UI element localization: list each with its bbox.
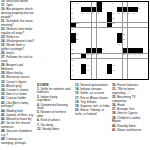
cell-number: 15 (97, 12, 99, 14)
across-clue-list: 10. Structural beam11. Tyke16. Bio weapo… (1, 0, 35, 146)
cell-number: 45 (112, 64, 114, 66)
grid-cell (102, 38, 107, 43)
grid-cell: 18 (123, 12, 128, 17)
cell-number: 29 (123, 38, 125, 40)
down-clue-list-3: 30. Forest features31. "We've been expec… (112, 84, 148, 133)
cell-number: 48 (112, 69, 114, 71)
grid-cell (107, 33, 112, 38)
grid-cell (143, 33, 148, 38)
cell-number: 10 (138, 7, 140, 9)
grid-cell (102, 69, 107, 74)
grid-cell (97, 74, 102, 79)
grid-cell (143, 74, 148, 79)
grid-cell (107, 28, 112, 33)
grid-cell (86, 2, 91, 7)
grid-cell (102, 74, 107, 79)
grid-cell (133, 28, 138, 33)
grid-cell (143, 54, 148, 59)
grid-cell (128, 17, 133, 22)
grid-cell (81, 59, 86, 64)
clue-item: 1. Suffix for workers and habitues (37, 88, 71, 95)
grid-cell (76, 54, 81, 59)
grid-cell (81, 2, 86, 7)
cell-number: 23 (76, 22, 78, 24)
grid-cell (92, 2, 97, 7)
grid-cell (81, 23, 86, 28)
grid-cell (133, 43, 138, 48)
grid-cell (128, 23, 133, 28)
grid-cell (92, 64, 97, 69)
grid-cell (143, 43, 148, 48)
grid-cell (117, 28, 122, 33)
grid-cell (117, 54, 122, 59)
grid-cell (143, 69, 148, 74)
grid-cell (112, 28, 117, 33)
grid-cell (97, 38, 102, 43)
grid-cell (143, 38, 148, 43)
grid-cell (97, 64, 102, 69)
clue-item: 16. Bio weapons which destroy property b… (1, 8, 35, 19)
clue-item: 39. Children's author Blyton (112, 117, 148, 124)
cell-number: 36 (92, 53, 94, 55)
cell-number: 13 (87, 12, 89, 14)
cell-number: 35 (87, 53, 89, 55)
grid-cell: 49 (71, 74, 76, 79)
clue-item: 41. Noise and bronze (112, 129, 148, 133)
grid-cell (128, 38, 133, 43)
grid-cell (117, 64, 122, 69)
grid-cell (102, 17, 107, 22)
cell-number: 9 (102, 7, 103, 9)
grid-cell (143, 59, 148, 64)
grid-cell: 33 (102, 48, 107, 53)
grid-cell (107, 43, 112, 48)
cell-number: 21 (71, 17, 73, 19)
cell-number: 2 (76, 2, 77, 4)
grid-cell (138, 12, 143, 17)
clue-number: 43. (1, 101, 6, 105)
cell-number: 24 (112, 22, 114, 24)
grid-cell: 28 (76, 38, 81, 43)
clue-number: 39. (112, 116, 117, 120)
cell-number: 1 (71, 2, 72, 4)
grid-cell (86, 23, 91, 28)
grid-cell (81, 17, 86, 22)
grid-cell (117, 48, 122, 53)
grid-cell: 2 (76, 2, 81, 7)
clue-number: 48. (1, 129, 6, 133)
grid-cell (133, 38, 138, 43)
grid-cell (133, 64, 138, 69)
grid-cell (138, 17, 143, 22)
grid-cell (143, 17, 148, 22)
clue-number: 21. (1, 19, 6, 23)
grid-cell (107, 54, 112, 59)
grid-cell (138, 33, 143, 38)
grid-cell: 21 (71, 17, 76, 22)
clue-number: 12. (37, 127, 42, 131)
grid-cell (117, 23, 122, 28)
grid-cell (117, 2, 122, 7)
cell-number: 32 (71, 48, 73, 50)
grid-cell (112, 33, 117, 38)
crossword-grid: 1234567891011121314151617181920212223242… (70, 1, 149, 80)
grid-cell (97, 17, 102, 22)
grid-cell (138, 69, 143, 74)
black-cell (117, 33, 122, 38)
cell-number: 19 (128, 12, 130, 14)
grid-cell: 10 (138, 7, 143, 12)
cell-number: 25 (71, 28, 73, 30)
grid-cell (86, 33, 91, 38)
grid-cell (143, 23, 148, 28)
grid-cell: 12 (81, 12, 86, 17)
grid-cell (143, 7, 148, 12)
black-cell (107, 12, 112, 17)
grid-cell (133, 2, 138, 7)
grid-cell (117, 74, 122, 79)
cell-number: 39 (128, 53, 130, 55)
grid-cell (123, 69, 128, 74)
grid-cell: 19 (128, 12, 133, 17)
grid-cell (107, 48, 112, 53)
clue-number: 28. (1, 63, 6, 67)
cell-number: 3 (102, 2, 103, 4)
cell-number: 31 (118, 43, 120, 45)
clue-number: 2. (37, 95, 40, 99)
grid-cell (86, 38, 91, 43)
grid-cell (97, 59, 102, 64)
cell-number: 6 (138, 2, 139, 4)
grid-cell (123, 74, 128, 79)
grid-cell (76, 48, 81, 53)
grid-cell (138, 64, 143, 69)
grid-cell (92, 69, 97, 74)
grid-cell (107, 38, 112, 43)
grid-cell (128, 33, 133, 38)
grid-cell: 37 (97, 54, 102, 59)
grid-cell (81, 28, 86, 33)
grid-cell (133, 69, 138, 74)
cell-number: 11 (71, 12, 73, 14)
grid-cell (123, 23, 128, 28)
grid-cell (128, 74, 133, 79)
grid-cell (117, 69, 122, 74)
grid-cell (76, 64, 81, 69)
grid-cell (76, 43, 81, 48)
grid-cell (143, 48, 148, 53)
cell-number: 4 (107, 2, 108, 4)
cell-number: 26 (76, 33, 78, 35)
grid-cell: 24 (112, 23, 117, 28)
cell-number: 8 (71, 7, 72, 9)
grid-cell (128, 59, 133, 64)
grid-cell: 25 (71, 28, 76, 33)
cell-number: 12 (82, 12, 84, 14)
grid-cell (133, 33, 138, 38)
grid-cell (123, 17, 128, 22)
grid-cell (102, 59, 107, 64)
clue-number: 31. (112, 87, 117, 91)
grid-cell (107, 7, 112, 12)
grid-cell (112, 74, 117, 79)
grid-cell (86, 17, 91, 22)
grid-cell (128, 64, 133, 69)
clue-number: 35. (112, 95, 117, 99)
grid-cell (86, 43, 91, 48)
clue-number: 20. (75, 108, 80, 112)
grid-cell (102, 23, 107, 28)
grid-cell (133, 74, 138, 79)
clue-item: 12. Sturdy fabric (37, 128, 71, 132)
grid-cell (92, 38, 97, 43)
grid-cell (102, 54, 107, 59)
grid-cell (86, 28, 91, 33)
black-cell (81, 54, 86, 59)
cell-number: 43 (71, 64, 73, 66)
cell-number: 49 (71, 74, 73, 76)
cell-number: 47 (87, 69, 89, 71)
grid-cell: 36 (92, 54, 97, 59)
clue-number: 5. (37, 110, 40, 114)
clue-item: 2. Indian frying ingredient (37, 96, 71, 103)
grid-cell (112, 54, 117, 59)
cell-number: 7 (143, 2, 144, 4)
grid-cell (133, 23, 138, 28)
grid-cell (107, 74, 112, 79)
clue-number: 4. (37, 103, 40, 107)
grid-cell (97, 43, 102, 48)
grid-cell (92, 43, 97, 48)
grid-cell (143, 12, 148, 17)
grid-cell: 41 (138, 54, 143, 59)
grid-cell (123, 64, 128, 69)
black-cell (107, 17, 112, 22)
cell-number: 17 (118, 12, 120, 14)
cell-number: 40 (133, 53, 135, 55)
grid-cell (143, 64, 148, 69)
grid-cell: 5 (112, 2, 117, 7)
black-cell (97, 2, 102, 7)
clue-number: 47. (1, 121, 6, 125)
grid-cell: 9 (102, 7, 107, 12)
down-clue-list-1: DOWN 1. Suffix for workers and habitues2… (37, 83, 71, 132)
cell-number: 44 (87, 64, 89, 66)
cell-number: 30 (71, 43, 73, 45)
clue-number: 16. (1, 7, 6, 11)
black-cell (107, 69, 112, 74)
cell-number: 34 (71, 53, 73, 55)
grid-cell (97, 69, 102, 74)
cell-number: 28 (76, 38, 78, 40)
grid-cell (97, 28, 102, 33)
clue-item: 49. Coming out swinging, perhaps (1, 138, 35, 145)
grid-cell (76, 69, 81, 74)
clue-number: 22. (1, 27, 6, 31)
black-cell (81, 69, 86, 74)
cell-number: 33 (102, 48, 104, 50)
cell-number: 42 (71, 59, 73, 61)
grid-cell: 15 (97, 12, 102, 17)
grid-cell (117, 59, 122, 64)
grid-cell (138, 28, 143, 33)
grid-cell (128, 69, 133, 74)
grid-cell (128, 28, 133, 33)
clue-number: 1. (37, 87, 40, 91)
grid-cell (92, 23, 97, 28)
cell-number: 41 (138, 53, 140, 55)
cell-number: 27 (123, 33, 125, 35)
grid-cell: 47 (86, 69, 91, 74)
clue-number: 27. (1, 55, 6, 59)
grid-cell (102, 64, 107, 69)
grid-cell (102, 28, 107, 33)
grid-cell (86, 74, 91, 79)
grid-cell (112, 38, 117, 43)
grid-cell (143, 28, 148, 33)
grid-cell: 48 (112, 69, 117, 74)
grid-cell (123, 2, 128, 7)
clue-item: 20. Horse, Tommy, or turtle, to Ireland (75, 109, 110, 116)
grid-cell (81, 38, 86, 43)
grid-cell (76, 74, 81, 79)
grid-cell (92, 59, 97, 64)
grid-cell (92, 33, 97, 38)
grid-cell (97, 33, 102, 38)
grid-cell (112, 43, 117, 48)
grid-cell (92, 17, 97, 22)
grid-cell (76, 12, 81, 17)
grid-cell: 31 (117, 43, 122, 48)
grid-cell (138, 74, 143, 79)
black-cell (107, 23, 112, 28)
clue-number: 25. (1, 43, 6, 47)
grid-cell (81, 74, 86, 79)
grid-cell (112, 48, 117, 53)
crossword-page: 10. Structural beam11. Tyke16. Bio weapo… (0, 0, 150, 150)
cell-number: 22 (112, 17, 114, 19)
grid-cell: 39 (128, 54, 133, 59)
grid-cell: 14 (92, 12, 97, 17)
black-cell (71, 33, 76, 38)
grid-cell (81, 48, 86, 53)
cell-number: 5 (112, 2, 113, 4)
down-clue-list-2: 13. Several generations14. Indiana senat… (75, 84, 110, 117)
cell-number: 14 (92, 12, 94, 14)
grid-cell (107, 59, 112, 64)
cell-number: 37 (97, 53, 99, 55)
grid-cell (123, 59, 128, 64)
black-cell (107, 64, 112, 69)
grid-cell (133, 17, 138, 22)
grid-cell: 4 (107, 2, 112, 7)
grid-cell: 20 (133, 12, 138, 17)
grid-cell: 17 (117, 12, 122, 17)
cell-number: 20 (133, 12, 135, 14)
grid-cell (128, 43, 133, 48)
grid-cell (138, 23, 143, 28)
grid-cell: 23 (76, 23, 81, 28)
cell-number: 38 (123, 53, 125, 55)
grid-cell (138, 59, 143, 64)
grid-cell: 7 (143, 2, 148, 7)
grid-cell (81, 43, 86, 48)
clue-number: 49. (1, 137, 6, 141)
grid-cell (76, 7, 81, 12)
grid-cell (138, 43, 143, 48)
grid-cell: 35 (86, 54, 91, 59)
grid-cell: 40 (133, 54, 138, 59)
clue-number: 41. (112, 128, 117, 132)
grid-cell: 13 (86, 12, 91, 17)
down-clues-col1: 1. Suffix for workers and habitues2. Ind… (37, 88, 71, 132)
grid-cell (76, 59, 81, 64)
grid-cell (123, 43, 128, 48)
grid-cell (92, 28, 97, 33)
grid-cell (128, 2, 133, 7)
grid-cell (92, 74, 97, 79)
black-cell (81, 64, 86, 69)
grid-cell (117, 17, 122, 22)
grid-cell: 38 (123, 54, 128, 59)
grid-cell (97, 23, 102, 28)
cell-number: 18 (123, 12, 125, 14)
cell-number: 16 (112, 12, 114, 14)
cell-number: 46 (71, 69, 73, 71)
grid-cell (102, 12, 107, 17)
grid-cell (81, 33, 86, 38)
grid-cell (102, 33, 107, 38)
grid-cell: 29 (123, 38, 128, 43)
grid-cell (138, 38, 143, 43)
grid-cell (133, 59, 138, 64)
